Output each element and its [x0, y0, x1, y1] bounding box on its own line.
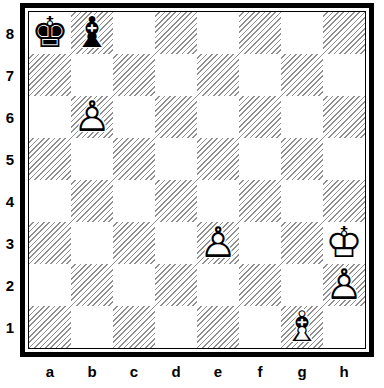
- file-label-g: g: [281, 359, 323, 383]
- square-f1: [239, 306, 281, 348]
- square-e5: [197, 138, 239, 180]
- square-g8: [281, 12, 323, 54]
- file-label-h: h: [323, 359, 365, 383]
- square-f6: [239, 96, 281, 138]
- square-b3: [71, 222, 113, 264]
- file-label-b: b: [71, 359, 113, 383]
- square-d2: [155, 264, 197, 306]
- square-a2: [29, 264, 71, 306]
- file-labels: abcdefgh: [29, 359, 365, 383]
- rank-label-2: 2: [0, 264, 20, 306]
- square-h5: [323, 138, 365, 180]
- black-king-backing: ♚: [29, 12, 71, 54]
- square-f7: [239, 54, 281, 96]
- square-h6: [323, 96, 365, 138]
- square-f2: [239, 264, 281, 306]
- black-bishop-piece: ♝: [71, 12, 113, 54]
- square-e8: [197, 12, 239, 54]
- white-pawn-backing: ♟: [197, 222, 239, 264]
- square-g1: ♝♗: [281, 306, 323, 348]
- chess-diagram: 87654321 ♚♚♝♝♟♙♟♙♚♔♟♙♝♗ abcdefgh: [0, 0, 384, 388]
- white-pawn-piece: ♙: [197, 222, 239, 264]
- white-bishop-piece: ♗: [281, 306, 323, 348]
- square-f3: [239, 222, 281, 264]
- square-c5: [113, 138, 155, 180]
- chess-board: ♚♚♝♝♟♙♟♙♚♔♟♙♝♗: [20, 3, 374, 357]
- square-b5: [71, 138, 113, 180]
- square-b7: [71, 54, 113, 96]
- file-label-e: e: [197, 359, 239, 383]
- rank-label-7: 7: [0, 54, 20, 96]
- square-h1: [323, 306, 365, 348]
- file-label-c: c: [113, 359, 155, 383]
- square-e7: [197, 54, 239, 96]
- square-g5: [281, 138, 323, 180]
- square-g3: [281, 222, 323, 264]
- square-e2: [197, 264, 239, 306]
- square-g2: [281, 264, 323, 306]
- rank-label-4: 4: [0, 180, 20, 222]
- square-h4: [323, 180, 365, 222]
- rank-label-3: 3: [0, 222, 20, 264]
- white-pawn-backing: ♟: [71, 96, 113, 138]
- square-g7: [281, 54, 323, 96]
- rank-labels: 87654321: [0, 12, 20, 348]
- rank-label-8: 8: [0, 12, 20, 54]
- square-a1: [29, 306, 71, 348]
- square-b2: [71, 264, 113, 306]
- square-d1: [155, 306, 197, 348]
- white-king-backing: ♚: [323, 222, 365, 264]
- square-b1: [71, 306, 113, 348]
- square-d5: [155, 138, 197, 180]
- chess-board-inner-border: ♚♚♝♝♟♙♟♙♚♔♟♙♝♗: [28, 11, 366, 349]
- square-c4: [113, 180, 155, 222]
- square-f8: [239, 12, 281, 54]
- square-h2: ♟♙: [323, 264, 365, 306]
- white-king-piece: ♔: [323, 222, 365, 264]
- square-a5: [29, 138, 71, 180]
- file-label-a: a: [29, 359, 71, 383]
- square-f4: [239, 180, 281, 222]
- square-h8: [323, 12, 365, 54]
- square-d3: [155, 222, 197, 264]
- rank-label-6: 6: [0, 96, 20, 138]
- white-pawn-backing: ♟: [323, 264, 365, 306]
- square-b4: [71, 180, 113, 222]
- square-f5: [239, 138, 281, 180]
- square-g6: [281, 96, 323, 138]
- square-d6: [155, 96, 197, 138]
- square-c6: [113, 96, 155, 138]
- square-a7: [29, 54, 71, 96]
- square-g4: [281, 180, 323, 222]
- black-king-piece: ♚: [29, 12, 71, 54]
- square-d4: [155, 180, 197, 222]
- file-label-d: d: [155, 359, 197, 383]
- chess-board-grid: ♚♚♝♝♟♙♟♙♚♔♟♙♝♗: [29, 12, 365, 348]
- square-e3: ♟♙: [197, 222, 239, 264]
- rank-label-5: 5: [0, 138, 20, 180]
- square-c1: [113, 306, 155, 348]
- square-c2: [113, 264, 155, 306]
- square-c3: [113, 222, 155, 264]
- square-a6: [29, 96, 71, 138]
- square-d8: [155, 12, 197, 54]
- white-pawn-piece: ♙: [71, 96, 113, 138]
- square-c7: [113, 54, 155, 96]
- square-h3: ♚♔: [323, 222, 365, 264]
- square-h7: [323, 54, 365, 96]
- square-d7: [155, 54, 197, 96]
- square-a3: [29, 222, 71, 264]
- square-c8: [113, 12, 155, 54]
- rank-label-1: 1: [0, 306, 20, 348]
- black-bishop-backing: ♝: [71, 12, 113, 54]
- square-a4: [29, 180, 71, 222]
- white-bishop-backing: ♝: [281, 306, 323, 348]
- file-label-f: f: [239, 359, 281, 383]
- square-b6: ♟♙: [71, 96, 113, 138]
- square-b8: ♝♝: [71, 12, 113, 54]
- square-e1: [197, 306, 239, 348]
- square-a8: ♚♚: [29, 12, 71, 54]
- square-e6: [197, 96, 239, 138]
- white-pawn-piece: ♙: [323, 264, 365, 306]
- square-e4: [197, 180, 239, 222]
